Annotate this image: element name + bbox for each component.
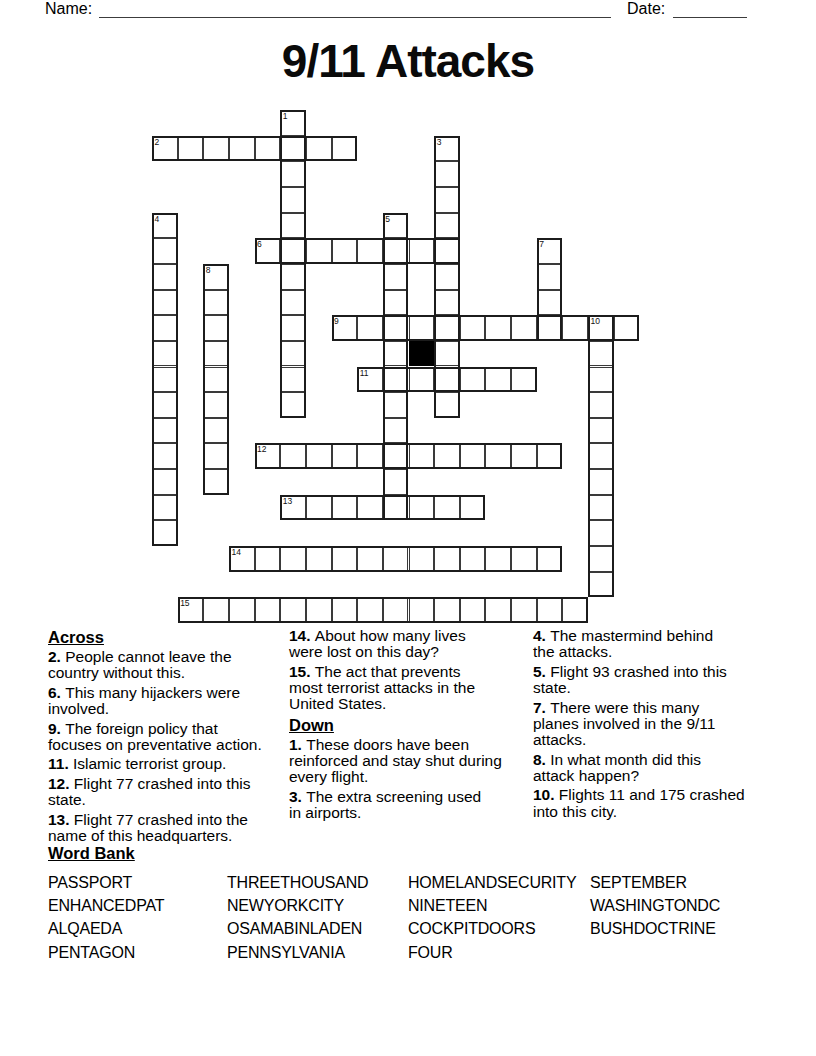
grid-cell[interactable] — [485, 367, 511, 393]
grid-cell[interactable] — [152, 290, 178, 316]
clue-down-5: 5. Flight 93 crashed into this state. — [533, 664, 773, 697]
word-bank-column-4: SEPTEMBERWASHINGTONDCBUSHDOCTRINE — [590, 871, 760, 964]
grid-cell[interactable] — [537, 597, 563, 623]
grid-cell[interactable] — [152, 213, 178, 239]
grid-cell[interactable] — [383, 238, 409, 264]
grid-cell[interactable] — [203, 290, 229, 316]
clue-number-label: 7. — [533, 699, 550, 716]
grid-cell[interactable] — [280, 315, 306, 341]
grid-cell[interactable] — [152, 392, 178, 418]
word-bank-item: OSAMABINLADEN — [227, 917, 408, 940]
grid-cell[interactable] — [537, 315, 563, 341]
grid-cell[interactable] — [588, 315, 614, 341]
across-header: Across — [48, 628, 288, 646]
date-input-line[interactable] — [673, 1, 747, 18]
grid-cell[interactable] — [280, 110, 306, 136]
grid-cell[interactable] — [511, 315, 537, 341]
grid-cell[interactable] — [460, 367, 486, 393]
clue-column-middle: 14. About how many lives were lost on th… — [289, 628, 525, 825]
grid-cell[interactable] — [511, 597, 537, 623]
page-title: 9/11 Attacks — [0, 34, 816, 88]
clue-across-12: 12. Flight 77 crashed into this state. — [48, 776, 288, 809]
grid-cell[interactable] — [332, 238, 358, 264]
grid-cell[interactable] — [306, 597, 332, 623]
clue-number-label: 8. — [533, 751, 550, 768]
grid-cell[interactable] — [306, 238, 332, 264]
word-bank-item: HOMELANDSECURITY — [408, 871, 590, 894]
grid-cell[interactable] — [203, 392, 229, 418]
grid-cell[interactable] — [255, 546, 281, 572]
grid-cell[interactable] — [588, 572, 614, 598]
worksheet-page: Name: Date: 9/11 Attacks 123456789101112… — [0, 0, 816, 1056]
grid-cell[interactable] — [460, 443, 486, 469]
grid-cell[interactable] — [332, 597, 358, 623]
down-header: Down — [289, 716, 525, 734]
word-bank-item: PASSPORT — [48, 871, 227, 894]
grid-cell[interactable] — [434, 238, 460, 264]
clue-column-down: 4. The mastermind behind the attacks.5. … — [533, 628, 773, 823]
grid-cell[interactable] — [152, 495, 178, 521]
grid-cell[interactable] — [152, 341, 178, 367]
grid-cell[interactable] — [588, 546, 614, 572]
grid-cell[interactable] — [357, 443, 383, 469]
grid-cell[interactable] — [562, 315, 588, 341]
grid-cell[interactable] — [203, 367, 229, 393]
word-bank-item: PENNSYLVANIA — [227, 941, 408, 964]
word-bank-item: FOUR — [408, 941, 590, 964]
word-bank-item: NINETEEN — [408, 894, 590, 917]
grid-cell[interactable] — [280, 367, 306, 393]
grid-cell[interactable] — [588, 469, 614, 495]
grid-cell[interactable] — [255, 136, 281, 162]
clue-number-label: 14. — [289, 627, 315, 644]
clue-number-label: 11. — [48, 755, 73, 772]
grid-cell[interactable] — [383, 469, 409, 495]
grid-cell[interactable] — [280, 161, 306, 187]
word-bank-item: ALQAEDA — [48, 917, 227, 940]
word-bank-columns: PASSPORTENHANCEDPATALQAEDAPENTAGONTHREET… — [48, 871, 788, 964]
grid-cell[interactable] — [383, 418, 409, 444]
clue-down-4: 4. The mastermind behind the attacks. — [533, 628, 773, 661]
grid-cell[interactable] — [383, 341, 409, 367]
grid-cell[interactable] — [537, 264, 563, 290]
grid-cell[interactable] — [203, 136, 229, 162]
grid-cell[interactable] — [383, 546, 409, 572]
clue-number-label: 9. — [48, 720, 65, 737]
grid-cell[interactable] — [203, 597, 229, 623]
grid-cell[interactable] — [434, 392, 460, 418]
clue-across-11: 11. Islamic terrorist group. — [48, 756, 288, 772]
clue-down-7: 7. There were this many planes involved … — [533, 700, 773, 749]
grid-cell[interactable] — [383, 264, 409, 290]
grid-cell[interactable] — [434, 161, 460, 187]
grid-cell[interactable] — [152, 136, 178, 162]
grid-cell[interactable] — [588, 392, 614, 418]
grid-cell[interactable] — [434, 264, 460, 290]
word-bank-header: Word Bank — [48, 844, 788, 862]
grid-cell[interactable] — [434, 136, 460, 162]
grid-cell[interactable] — [357, 495, 383, 521]
clue-number-label: 5. — [533, 663, 550, 680]
grid-cell[interactable] — [409, 546, 435, 572]
grid-cell[interactable] — [588, 520, 614, 546]
clue-across-9: 9. The foreign policy that focuses on pr… — [48, 721, 288, 754]
grid-cell[interactable] — [229, 546, 255, 572]
clue-across-14: 14. About how many lives were lost on th… — [289, 628, 525, 661]
grid-cell[interactable] — [434, 213, 460, 239]
grid-cell[interactable] — [152, 315, 178, 341]
word-bank-item: BUSHDOCTRINE — [590, 917, 760, 940]
grid-cell[interactable] — [203, 418, 229, 444]
grid-cell[interactable] — [306, 546, 332, 572]
grid-cell[interactable] — [280, 264, 306, 290]
clue-number-label: 6. — [48, 684, 65, 701]
clue-number-label: 12. — [48, 775, 74, 792]
grid-cell[interactable] — [280, 392, 306, 418]
word-bank-item: WASHINGTONDC — [590, 894, 760, 917]
word-bank-item: COCKPITDOORS — [408, 917, 590, 940]
grid-cell[interactable] — [537, 546, 563, 572]
grid-cell[interactable] — [434, 597, 460, 623]
clue-across-6: 6. This many hijackers were involved. — [48, 685, 288, 718]
grid-cell[interactable] — [383, 290, 409, 316]
grid-cell[interactable] — [511, 546, 537, 572]
grid-cell[interactable] — [434, 290, 460, 316]
clue-down-10: 10. Flights 11 and 175 crashed into this… — [533, 787, 773, 820]
grid-cell[interactable] — [332, 546, 358, 572]
clue-number-label: 4. — [533, 627, 550, 644]
grid-cell[interactable] — [255, 597, 281, 623]
grid-cell[interactable] — [460, 495, 486, 521]
grid-cell[interactable] — [434, 315, 460, 341]
word-bank-item: THREETHOUSAND — [227, 871, 408, 894]
grid-cell[interactable] — [588, 418, 614, 444]
grid-cell[interactable] — [434, 367, 460, 393]
grid-cell[interactable] — [460, 315, 486, 341]
grid-cell[interactable] — [409, 315, 435, 341]
grid-cell[interactable] — [434, 495, 460, 521]
grid-cell[interactable] — [588, 443, 614, 469]
grid-cell[interactable] — [511, 443, 537, 469]
grid-cell[interactable] — [306, 495, 332, 521]
grid-cell[interactable] — [383, 367, 409, 393]
grid-cell[interactable] — [383, 392, 409, 418]
grid-cell[interactable] — [229, 597, 255, 623]
grid-cell[interactable] — [280, 290, 306, 316]
grid-cell[interactable] — [280, 341, 306, 367]
grid-cell[interactable] — [485, 315, 511, 341]
grid-cell[interactable] — [178, 136, 204, 162]
grid-cell[interactable] — [511, 367, 537, 393]
grid-cell[interactable] — [383, 213, 409, 239]
date-label: Date: — [627, 0, 665, 18]
word-bank-item: NEWYORKCITY — [227, 894, 408, 917]
grid-cell[interactable] — [280, 597, 306, 623]
grid-cell[interactable] — [357, 315, 383, 341]
clue-number-label: 1. — [289, 736, 306, 753]
grid-cell[interactable] — [409, 238, 435, 264]
grid-cell[interactable] — [485, 546, 511, 572]
word-bank-item: PENTAGON — [48, 941, 227, 964]
grid-cell[interactable] — [152, 443, 178, 469]
clue-across-15: 15. The act that prevents most terrorist… — [289, 664, 525, 713]
grid-cell[interactable] — [152, 238, 178, 264]
grid-cell[interactable] — [152, 418, 178, 444]
grid-cell[interactable] — [152, 367, 178, 393]
grid-cell[interactable] — [280, 546, 306, 572]
grid-cell[interactable] — [383, 315, 409, 341]
grid-cell[interactable] — [203, 469, 229, 495]
grid-cell[interactable] — [409, 597, 435, 623]
grid-cell[interactable] — [434, 187, 460, 213]
word-bank-item: ENHANCEDPAT — [48, 894, 227, 917]
word-bank-column-3: HOMELANDSECURITYNINETEENCOCKPITDOORSFOUR — [408, 871, 590, 964]
grid-cell[interactable] — [203, 341, 229, 367]
grid-cell[interactable] — [357, 238, 383, 264]
grid-cell[interactable] — [485, 443, 511, 469]
grid-cell[interactable] — [409, 443, 435, 469]
grid-cell[interactable] — [434, 546, 460, 572]
clue-down-8: 8. In what month did this attack happen? — [533, 752, 773, 785]
grid-cell[interactable] — [357, 546, 383, 572]
grid-cell[interactable] — [460, 546, 486, 572]
clue-number-label: 2. — [48, 648, 65, 665]
grid-cell[interactable] — [203, 264, 229, 290]
grid-cell[interactable] — [357, 597, 383, 623]
grid-cell[interactable] — [332, 136, 358, 162]
grid-cell[interactable] — [537, 238, 563, 264]
clue-number-label: 3. — [289, 788, 306, 805]
clue-column-across: Across2. People cannot leave the country… — [48, 628, 288, 847]
grid-cell[interactable] — [383, 495, 409, 521]
grid-cell[interactable] — [203, 443, 229, 469]
grid-cell[interactable] — [409, 495, 435, 521]
black-cell — [409, 341, 435, 367]
grid-cell[interactable] — [485, 597, 511, 623]
word-bank-column-2: THREETHOUSANDNEWYORKCITYOSAMABINLADENPEN… — [227, 871, 408, 964]
clue-across-2: 2. People cannot leave the country witho… — [48, 649, 288, 682]
grid-cell[interactable] — [434, 443, 460, 469]
grid-cell[interactable] — [255, 238, 281, 264]
grid-cell[interactable] — [588, 495, 614, 521]
grid-cell[interactable] — [306, 443, 332, 469]
crossword-grid: 123456789101112131415 — [152, 110, 641, 624]
name-input-line[interactable] — [99, 1, 611, 18]
grid-cell[interactable] — [409, 367, 435, 393]
grid-cell[interactable] — [332, 315, 358, 341]
grid-cell[interactable] — [614, 315, 640, 341]
grid-cell[interactable] — [178, 597, 204, 623]
grid-cell[interactable] — [280, 238, 306, 264]
grid-cell[interactable] — [280, 495, 306, 521]
word-bank: Word Bank PASSPORTENHANCEDPATALQAEDAPENT… — [48, 844, 788, 964]
grid-cell[interactable] — [229, 136, 255, 162]
name-label: Name: — [45, 0, 92, 18]
grid-cell[interactable] — [152, 520, 178, 546]
grid-cell[interactable] — [357, 367, 383, 393]
grid-cell[interactable] — [332, 495, 358, 521]
clue-number-label: 10. — [533, 786, 559, 803]
grid-cell[interactable] — [537, 290, 563, 316]
word-bank-item: SEPTEMBER — [590, 871, 760, 894]
grid-cell[interactable] — [383, 443, 409, 469]
grid-cell[interactable] — [588, 367, 614, 393]
grid-cell[interactable] — [306, 136, 332, 162]
clue-across-13: 13. Flight 77 crashed into the name of t… — [48, 812, 288, 845]
grid-cell[interactable] — [152, 264, 178, 290]
grid-cell[interactable] — [562, 597, 588, 623]
clue-down-3: 3. The extra screening used in airports. — [289, 789, 525, 822]
grid-cell[interactable] — [203, 315, 229, 341]
grid-cell[interactable] — [460, 597, 486, 623]
grid-cell[interactable] — [332, 443, 358, 469]
grid-cell[interactable] — [280, 136, 306, 162]
grid-cell[interactable] — [280, 187, 306, 213]
clue-number-label: 13. — [48, 811, 74, 828]
grid-cell[interactable] — [280, 443, 306, 469]
grid-cell[interactable] — [280, 213, 306, 239]
clue-number-label: 15. — [289, 663, 315, 680]
grid-cell[interactable] — [537, 443, 563, 469]
grid-cell[interactable] — [255, 443, 281, 469]
grid-cell[interactable] — [383, 597, 409, 623]
grid-cell[interactable] — [152, 469, 178, 495]
grid-cell[interactable] — [588, 341, 614, 367]
word-bank-column-1: PASSPORTENHANCEDPATALQAEDAPENTAGON — [48, 871, 227, 964]
clue-down-1: 1. These doors have been reinforced and … — [289, 737, 525, 786]
grid-cell[interactable] — [434, 341, 460, 367]
